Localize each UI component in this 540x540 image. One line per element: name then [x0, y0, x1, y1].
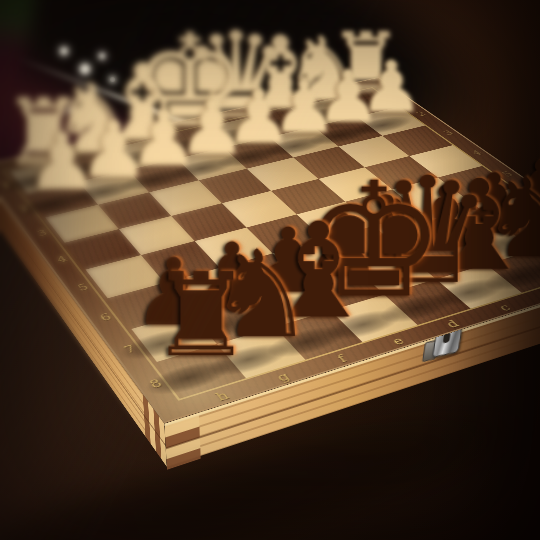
- metal-clasp: [429, 321, 463, 362]
- finger-joint: [165, 427, 200, 449]
- perspective-wrapper: hhggffeeddccbbaa1122334455667788 ♜♞♝♚♛♝♞…: [0, 0, 540, 540]
- piece-black-rook-h8[interactable]: ♜: [111, 258, 291, 373]
- finger-joint: [166, 437, 201, 459]
- finger-joint: [166, 448, 200, 470]
- chess-board: hhggffeeddccbbaa1122334455667788 ♜♞♝♚♛♝♞…: [0, 77, 540, 424]
- photo-scene: hhggffeeddccbbaa1122334455667788 ♜♞♝♚♛♝♞…: [0, 0, 540, 540]
